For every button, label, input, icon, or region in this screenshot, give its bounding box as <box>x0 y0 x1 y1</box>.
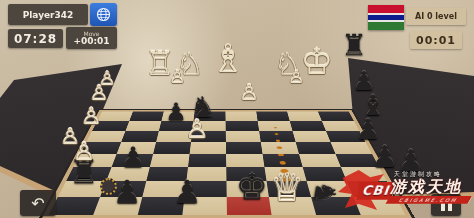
globe-icon <box>96 7 111 22</box>
board-square[interactable] <box>129 112 163 121</box>
captured-black-piece: ♜ <box>341 31 367 60</box>
board-square[interactable] <box>299 154 341 167</box>
chess-piece-black-knight-fallen-b8[interactable]: ♞ <box>309 178 341 208</box>
board-square[interactable] <box>256 112 289 121</box>
undo-button[interactable]: ↶ <box>20 190 56 216</box>
move-trail-dot <box>274 127 277 128</box>
undo-icon: ↶ <box>31 194 44 213</box>
board-square[interactable] <box>226 154 264 167</box>
move-trail-dot <box>277 146 282 148</box>
board-square[interactable] <box>347 181 396 197</box>
move-trail-dot <box>275 133 279 135</box>
player-name-label: Player342 <box>8 4 88 25</box>
chess-piece-white-king-b1[interactable]: ♔ <box>301 44 333 80</box>
chess-piece-white-bishop-e1[interactable]: ♗ <box>211 40 245 78</box>
game-screen: ♖♘♗♘♔♙♙♙♙♞♟♟♟♟♜♚♕♞♙♙♙♙♙♜♟♝♟♟♟ Player342 … <box>0 0 474 218</box>
ai-level-label: AI 0 level <box>406 8 466 25</box>
gambia-flag-icon <box>368 5 404 30</box>
board-square[interactable] <box>290 121 326 131</box>
board-square[interactable] <box>97 112 133 121</box>
board-square[interactable] <box>225 112 257 121</box>
board-square[interactable] <box>258 121 293 131</box>
online-globe-button[interactable] <box>90 3 117 26</box>
chess-piece-white-pawn-b2[interactable]: ♙ <box>288 68 304 86</box>
move-trail-dot <box>278 154 284 157</box>
board-square[interactable] <box>226 121 260 131</box>
board-square[interactable] <box>287 112 322 121</box>
chess-piece-white-pawn-g2[interactable]: ♙ <box>169 68 185 86</box>
move-bonus-box: Move +00:01 <box>66 27 117 49</box>
pause-button[interactable] <box>431 194 461 216</box>
board-square[interactable] <box>293 131 331 142</box>
move-bonus-value: +00:01 <box>73 37 109 46</box>
chess-piece-black-pawn-e8[interactable]: ♟ <box>173 176 202 208</box>
board-square[interactable] <box>296 142 336 154</box>
chess-piece-black-knight-f5[interactable]: ♞ <box>190 93 216 122</box>
captured-black-piece: ♟ <box>398 146 425 176</box>
board-square[interactable] <box>303 167 347 181</box>
move-trail-dot <box>279 161 286 164</box>
chess-piece-black-pawn-g8[interactable]: ♟ <box>113 176 142 208</box>
board-square[interactable] <box>125 121 161 131</box>
pause-icon <box>441 200 445 211</box>
board-square[interactable] <box>226 131 261 142</box>
chess-piece-white-queen-c8[interactable]: ♕ <box>270 169 304 207</box>
ai-clock: 00:01 <box>410 31 462 49</box>
board-square[interactable] <box>188 154 226 167</box>
chess-piece-black-king-d8[interactable]: ♚ <box>236 169 268 205</box>
board-square[interactable] <box>49 197 100 215</box>
captured-white-piece: ♙ <box>73 139 95 164</box>
board-square[interactable] <box>150 154 190 167</box>
move-trail-dot <box>276 140 281 142</box>
board-square[interactable] <box>318 112 354 121</box>
captured-white-piece: ♙ <box>81 105 102 128</box>
captured-black-piece: ♟ <box>372 142 399 172</box>
player-clock: 07:28 <box>8 29 63 48</box>
board-square[interactable] <box>353 197 405 215</box>
chess-piece-black-pawn-g5[interactable]: ♟ <box>165 100 187 124</box>
captured-white-piece: ♙ <box>90 83 109 104</box>
board-square[interactable] <box>322 121 360 131</box>
chess-piece-white-pawn-e4[interactable]: ♙ <box>239 82 259 104</box>
board-square[interactable] <box>226 142 263 154</box>
chess-piece-black-pawn-g6[interactable]: ♟ <box>120 144 145 172</box>
